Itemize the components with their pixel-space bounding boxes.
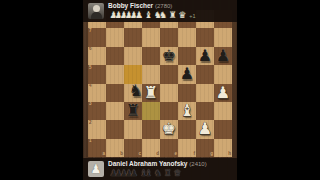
rank-label-5: 5	[89, 66, 92, 71]
video-frame: Bobby Fischer (2780) ♟♟♟♟♟♟♝♞♞♜♛ +1 876♚…	[0, 0, 320, 180]
square-b7[interactable]	[106, 28, 124, 46]
square-c6[interactable]	[124, 47, 142, 65]
piece-white-pawn-h4[interactable]: ♟	[214, 84, 232, 102]
captured-pieces-top: ♟♟♟♟♟♟♝♞♞♜♛	[108, 10, 186, 20]
file-label-c: c	[138, 152, 141, 157]
square-e3[interactable]	[160, 102, 178, 120]
material-advantage-badge: +1	[189, 11, 195, 19]
player-info-top: Bobby Fischer (2780) ♟♟♟♟♟♟♝♞♞♜♛ +1	[108, 2, 196, 20]
square-e6[interactable]: ♚	[160, 47, 178, 65]
square-g4[interactable]	[196, 84, 214, 102]
square-d1[interactable]: d	[142, 139, 160, 157]
piece-white-king-e2[interactable]: ♚	[160, 120, 178, 138]
player-bar-bottom[interactable]: ♟ Daniel Abraham Yanofsky (2410) ♟♟♟♟♟♝♝…	[83, 158, 237, 180]
player-bar-top[interactable]: Bobby Fischer (2780) ♟♟♟♟♟♟♝♞♞♜♛ +1	[83, 0, 237, 22]
square-h4[interactable]: ♟	[214, 84, 232, 102]
piece-white-pawn-g2[interactable]: ♟	[196, 120, 214, 138]
square-f1[interactable]: f	[178, 139, 196, 157]
square-g6[interactable]: ♟	[196, 47, 214, 65]
square-g7[interactable]	[196, 28, 214, 46]
square-a2[interactable]: 2	[88, 120, 106, 138]
square-b6[interactable]	[106, 47, 124, 65]
square-c1[interactable]: c	[124, 139, 142, 157]
square-h1[interactable]: h	[214, 139, 232, 157]
square-a5[interactable]: 5	[88, 65, 106, 83]
player-rating-bottom: (2410)	[189, 161, 206, 167]
file-label-e: e	[174, 152, 177, 157]
rank-label-2: 2	[89, 121, 92, 126]
chess-board: 876♚♟♟5♟4♞♜♟3♜♝2♚♟1abcdefgh	[88, 10, 232, 157]
player-info-bottom: Daniel Abraham Yanofsky (2410) ♟♟♟♟♟♝♝♞♜…	[108, 160, 207, 178]
square-a4[interactable]: 4	[88, 84, 106, 102]
square-a7[interactable]: 7	[88, 28, 106, 46]
square-g1[interactable]: g	[196, 139, 214, 157]
square-g5[interactable]	[196, 65, 214, 83]
captured-queen-icon: ♛	[178, 10, 186, 20]
square-h2[interactable]	[214, 120, 232, 138]
piece-white-rook-d4[interactable]: ♜	[142, 84, 160, 102]
piece-black-pawn-f5[interactable]: ♟	[178, 65, 196, 83]
square-d3[interactable]	[142, 102, 160, 120]
player-rating-top: (2780)	[155, 3, 172, 9]
square-d6[interactable]	[142, 47, 160, 65]
captured-rook-icon: ♜	[164, 168, 172, 178]
player-name-bottom: Daniel Abraham Yanofsky (2410)	[108, 160, 207, 168]
piece-black-king-e6[interactable]: ♚	[160, 47, 178, 65]
captured-bishop-icon: ♝	[144, 10, 152, 20]
square-c7[interactable]	[124, 28, 142, 46]
rank-label-6: 6	[89, 47, 92, 52]
captured-pawn-icon: ♟	[135, 10, 143, 20]
file-label-f: f	[194, 152, 196, 157]
square-b1[interactable]: b	[106, 139, 124, 157]
square-f4[interactable]	[178, 84, 196, 102]
square-f6[interactable]	[178, 47, 196, 65]
file-label-g: g	[210, 152, 213, 157]
rank-label-7: 7	[89, 29, 92, 34]
player-name-top: Bobby Fischer (2780)	[108, 2, 196, 10]
rank-label-4: 4	[89, 84, 92, 89]
square-f5[interactable]: ♟	[178, 65, 196, 83]
square-e4[interactable]	[160, 84, 178, 102]
rank-label-3: 3	[89, 102, 92, 107]
square-e7[interactable]	[160, 28, 178, 46]
square-h3[interactable]	[214, 102, 232, 120]
square-b5[interactable]	[106, 65, 124, 83]
square-f3[interactable]: ♝	[178, 102, 196, 120]
square-h5[interactable]	[214, 65, 232, 83]
square-e2[interactable]: ♚	[160, 120, 178, 138]
captured-knight-icon: ♞	[159, 10, 167, 20]
player-name-text-bottom: Daniel Abraham Yanofsky	[108, 160, 187, 167]
piece-white-bishop-f3[interactable]: ♝	[178, 102, 196, 120]
captured-bishop-icon: ♝	[144, 168, 152, 178]
captured-queen-icon: ♛	[173, 168, 181, 178]
piece-black-rook-c3[interactable]: ♜	[124, 102, 142, 120]
square-g3[interactable]	[196, 102, 214, 120]
square-b4[interactable]	[106, 84, 124, 102]
white-piece-avatar-icon: ♟	[91, 163, 102, 175]
square-d7[interactable]	[142, 28, 160, 46]
square-c2[interactable]	[124, 120, 142, 138]
square-b2[interactable]	[106, 120, 124, 138]
square-f7[interactable]	[178, 28, 196, 46]
file-label-a: a	[102, 152, 105, 157]
square-h6[interactable]: ♟	[214, 47, 232, 65]
piece-black-pawn-g6[interactable]: ♟	[196, 47, 214, 65]
player-name-text-top: Bobby Fischer	[108, 2, 153, 9]
square-c4[interactable]: ♞	[124, 84, 142, 102]
square-b3[interactable]	[106, 102, 124, 120]
captured-pawn-icon: ♟	[130, 168, 138, 178]
square-g2[interactable]: ♟	[196, 120, 214, 138]
square-d4[interactable]: ♜	[142, 84, 160, 102]
file-label-d: d	[156, 152, 159, 157]
square-a6[interactable]: 6	[88, 47, 106, 65]
square-d2[interactable]	[142, 120, 160, 138]
square-h7[interactable]	[214, 28, 232, 46]
captured-rook-icon: ♜	[169, 10, 177, 20]
captured-knight-icon: ♞	[154, 168, 162, 178]
file-label-h: h	[228, 152, 231, 157]
square-e1[interactable]: e	[160, 139, 178, 157]
player-photo-top	[88, 3, 104, 19]
file-label-b: b	[120, 152, 123, 157]
square-c3[interactable]: ♜	[124, 102, 142, 120]
square-a3[interactable]: 3	[88, 102, 106, 120]
piece-black-pawn-h6[interactable]: ♟	[214, 47, 232, 65]
square-f2[interactable]	[178, 120, 196, 138]
rank-label-1: 1	[89, 139, 92, 144]
player-avatar-bottom: ♟	[88, 161, 104, 177]
square-e5[interactable]	[160, 65, 178, 83]
captured-pieces-bottom: ♟♟♟♟♟♝♝♞♜♛	[108, 168, 207, 178]
square-a1[interactable]: 1a	[88, 139, 106, 157]
